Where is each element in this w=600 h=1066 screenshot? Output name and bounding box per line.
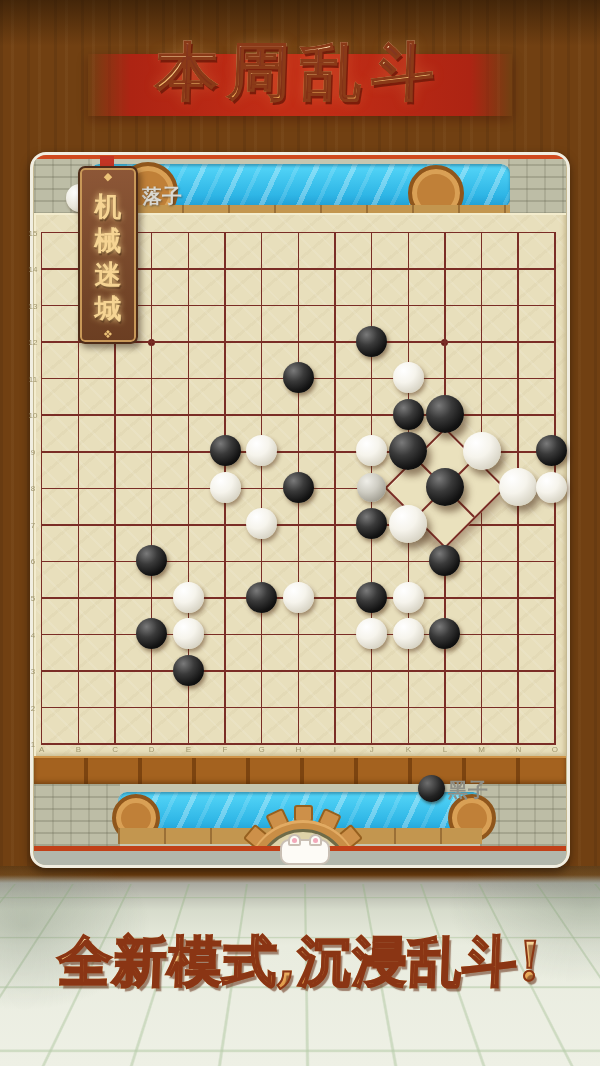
plaque-finial-icon: ◆ [104, 171, 112, 182]
mascot-icon [280, 839, 330, 865]
footer: 全新模式,沉浸乱斗! [0, 866, 600, 1066]
mascot-ear-icon [288, 834, 301, 846]
app-screen: 本周乱斗 [0, 0, 600, 1066]
bottom-banner-left-pillar [34, 784, 120, 846]
player-indicator-label: 黑子 [448, 777, 488, 804]
mascot-ear-icon [309, 834, 322, 846]
top-banner-right-pillar [508, 159, 566, 214]
footer-tagline: 全新模式,沉浸乱斗! [0, 926, 600, 999]
plaque-finial-icon: ❖ [103, 329, 113, 340]
black-stone-icon [418, 775, 445, 802]
plaque-char: 迷 [80, 258, 136, 292]
mode-plaque: ◆ 机 械 迷 城 ❖ [78, 166, 138, 344]
page-title: 本周乱斗 [0, 30, 600, 114]
mode-plaque-text: 机 械 迷 城 [80, 190, 136, 326]
plaque-char: 械 [80, 224, 136, 258]
plaque-char: 机 [80, 190, 136, 224]
plaque-char: 城 [80, 292, 136, 326]
turn-indicator-label: 落子 [142, 183, 182, 210]
